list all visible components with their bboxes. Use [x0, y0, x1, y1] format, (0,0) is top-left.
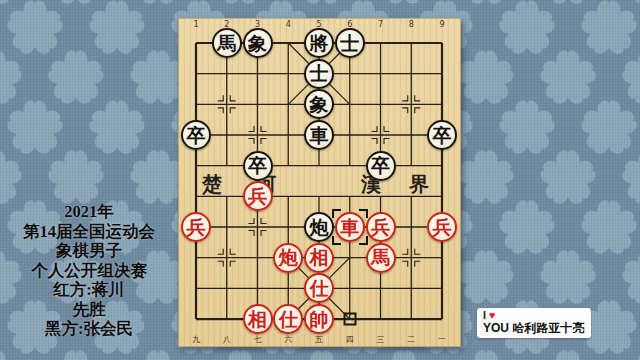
file-label-bottom: 九	[192, 336, 200, 344]
piece-glyph: 仕	[310, 279, 329, 298]
piece-glyph: 馬	[371, 248, 390, 267]
piece-glyph: 車	[340, 218, 359, 237]
piece-glyph: 卒	[371, 156, 390, 175]
piece-black-chariot[interactable]: 車	[304, 120, 334, 150]
channel-logo: I♥ YOU 哈利路亚十亮	[477, 308, 591, 338]
piece-glyph: 象	[310, 95, 329, 114]
piece-black-horse[interactable]: 馬	[212, 28, 242, 58]
file-label-bottom: 三	[377, 336, 385, 344]
video-frame: 2021年 第14届全国运动会 象棋男子 个人公开组决赛 红方:蒋川 先胜 黑方…	[0, 0, 640, 360]
file-label-top: 9	[439, 21, 444, 29]
piece-glyph: 士	[310, 64, 329, 83]
heart-icon: ♥	[489, 309, 497, 321]
match-info-panel: 2021年 第14届全国运动会 象棋男子 个人公开组决赛 红方:蒋川 先胜 黑方…	[0, 202, 178, 339]
file-label-bottom: 六	[284, 336, 292, 344]
piece-glyph: 兵	[248, 187, 267, 206]
xiangqi-board: 123456789 九八七六五四三二一 楚河 漢界 馬象將士士象卒車卒卒卒兵兵炮…	[178, 18, 461, 347]
piece-glyph: 士	[340, 34, 359, 53]
piece-glyph: 將	[310, 34, 329, 53]
file-label-bottom: 二	[407, 336, 415, 344]
piece-glyph: 炮	[279, 248, 298, 267]
piece-black-advisor[interactable]: 士	[304, 59, 334, 89]
piece-black-soldier[interactable]: 卒	[243, 151, 273, 181]
file-label-bottom: 八	[223, 336, 231, 344]
piece-red-elephant[interactable]: 相	[243, 304, 273, 334]
piece-red-cannon[interactable]: 炮	[273, 243, 303, 273]
piece-glyph: 相	[310, 248, 329, 267]
file-label-bottom: 四	[346, 336, 354, 344]
info-line-category: 象棋男子	[0, 241, 178, 261]
piece-glyph: 相	[248, 310, 267, 329]
info-line-stage: 个人公开组决赛	[0, 261, 178, 281]
piece-glyph: 馬	[217, 34, 236, 53]
piece-glyph: 卒	[248, 156, 267, 175]
piece-glyph: 兵	[433, 218, 452, 237]
piece-black-soldier[interactable]: 卒	[366, 151, 396, 181]
piece-glyph: 卒	[187, 126, 206, 145]
info-line-black-player: 黑方:张会民	[0, 319, 178, 339]
piece-black-soldier[interactable]: 卒	[427, 120, 457, 150]
info-line-result: 先胜	[0, 300, 178, 320]
piece-black-elephant[interactable]: 象	[304, 89, 334, 119]
piece-red-soldier[interactable]: 兵	[181, 212, 211, 242]
logo-line1: I♥	[483, 309, 591, 321]
piece-red-horse[interactable]: 馬	[366, 243, 396, 273]
logo-i: I	[483, 309, 487, 321]
file-label-bottom: 一	[438, 336, 446, 344]
piece-red-advisor[interactable]: 仕	[304, 273, 334, 303]
piece-glyph: 兵	[187, 218, 206, 237]
piece-red-soldier[interactable]: 兵	[366, 212, 396, 242]
file-label-top: 1	[193, 21, 198, 29]
piece-black-elephant[interactable]: 象	[243, 28, 273, 58]
piece-glyph: 炮	[310, 218, 329, 237]
piece-red-elephant[interactable]: 相	[304, 243, 334, 273]
file-label-top: 7	[378, 21, 383, 29]
info-line-red-player: 红方:蒋川	[0, 280, 178, 300]
piece-glyph: 兵	[371, 218, 390, 237]
piece-glyph: 象	[248, 34, 267, 53]
file-label-top: 8	[409, 21, 414, 29]
piece-glyph: 車	[310, 126, 329, 145]
piece-red-soldier[interactable]: 兵	[243, 181, 273, 211]
piece-red-general[interactable]: 帥	[304, 304, 334, 334]
file-label-bottom: 五	[315, 336, 323, 344]
piece-red-soldier[interactable]: 兵	[427, 212, 457, 242]
file-label-top: 4	[286, 21, 291, 29]
info-line-year: 2021年	[0, 202, 178, 222]
last-move-from-marker	[343, 313, 356, 326]
piece-glyph: 卒	[433, 126, 452, 145]
piece-black-soldier[interactable]: 卒	[181, 120, 211, 150]
info-line-event: 第14届全国运动会	[0, 222, 178, 242]
piece-black-cannon[interactable]: 炮	[304, 212, 334, 242]
piece-red-chariot[interactable]: 車	[335, 212, 365, 242]
piece-glyph: 帥	[310, 310, 329, 329]
piece-glyph: 仕	[279, 310, 298, 329]
piece-red-advisor[interactable]: 仕	[273, 304, 303, 334]
piece-black-advisor[interactable]: 士	[335, 28, 365, 58]
piece-black-general[interactable]: 將	[304, 28, 334, 58]
logo-line2: YOU 哈利路亚十亮	[483, 321, 591, 335]
file-label-bottom: 七	[254, 336, 262, 344]
